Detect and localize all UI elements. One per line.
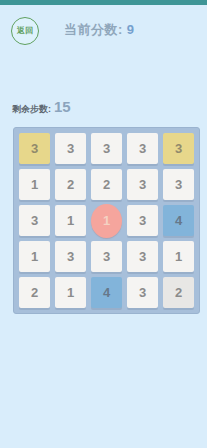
cell-value: 3: [139, 177, 146, 192]
grid-cell-r4c3[interactable]: 3: [127, 277, 158, 308]
cell-value: 1: [91, 204, 122, 238]
grid-cell-r0c2[interactable]: 3: [91, 133, 122, 164]
grid-cell-r0c3[interactable]: 3: [127, 133, 158, 164]
grid-cell-r3c1[interactable]: 3: [55, 241, 86, 272]
app-screen: 返回 当前分数:9 剩余步数:15 3333312233311341333121…: [0, 0, 207, 448]
cell-value: 4: [103, 285, 110, 300]
cell-value: 3: [175, 141, 182, 156]
grid-cell-r0c1[interactable]: 3: [55, 133, 86, 164]
cell-value: 3: [175, 177, 182, 192]
cell-value: 2: [103, 177, 110, 192]
grid-cell-r1c1[interactable]: 2: [55, 169, 86, 200]
cell-value: 1: [67, 213, 74, 228]
cell-value: 2: [31, 285, 38, 300]
cell-value: 3: [139, 249, 146, 264]
grid-cell-r2c3[interactable]: 3: [127, 205, 158, 236]
cell-value: 3: [31, 213, 38, 228]
back-button[interactable]: 返回: [11, 17, 39, 45]
grid-cell-r2c0[interactable]: 3: [19, 205, 50, 236]
grid-cell-r2c1[interactable]: 1: [55, 205, 86, 236]
grid-cell-r3c4[interactable]: 1: [163, 241, 194, 272]
grid-cell-r4c4[interactable]: 2: [163, 277, 194, 308]
grid-cell-r4c1[interactable]: 1: [55, 277, 86, 308]
grid-cell-r1c2[interactable]: 2: [91, 169, 122, 200]
cell-value: 1: [175, 249, 182, 264]
grid-cell-r0c4[interactable]: 3: [163, 133, 194, 164]
score-label: 当前分数:: [64, 22, 123, 37]
moves-value: 15: [54, 98, 71, 115]
grid-cell-r1c3[interactable]: 3: [127, 169, 158, 200]
cell-value: 3: [139, 141, 146, 156]
moves-label: 剩余步数:: [12, 104, 51, 114]
grid-cell-r2c4[interactable]: 4: [163, 205, 194, 236]
status-bar: [0, 0, 207, 5]
cell-value: 3: [139, 285, 146, 300]
grid-cell-r0c0[interactable]: 3: [19, 133, 50, 164]
cell-value: 3: [31, 141, 38, 156]
grid-cell-r1c0[interactable]: 1: [19, 169, 50, 200]
score-display: 当前分数:9: [64, 21, 135, 39]
grid-cell-r2c2[interactable]: 1: [91, 205, 122, 236]
cell-value: 3: [67, 249, 74, 264]
cell-value: 3: [103, 141, 110, 156]
moves-display: 剩余步数:15: [12, 98, 71, 116]
cell-value: 3: [67, 141, 74, 156]
grid-cell-r1c4[interactable]: 3: [163, 169, 194, 200]
cell-value: 3: [139, 213, 146, 228]
cell-value: 2: [67, 177, 74, 192]
score-value: 9: [127, 22, 135, 37]
grid-cell-r4c2[interactable]: 4: [91, 277, 122, 308]
cell-value: 2: [175, 285, 182, 300]
grid-cell-r4c0[interactable]: 2: [19, 277, 50, 308]
game-board: 3333312233311341333121432: [13, 127, 200, 314]
cell-value: 3: [103, 249, 110, 264]
cell-value: 1: [67, 285, 74, 300]
cell-value: 1: [31, 249, 38, 264]
grid-cell-r3c3[interactable]: 3: [127, 241, 158, 272]
grid-cell-r3c0[interactable]: 1: [19, 241, 50, 272]
cell-value: 4: [175, 213, 182, 228]
grid-cell-r3c2[interactable]: 3: [91, 241, 122, 272]
cell-value: 1: [31, 177, 38, 192]
